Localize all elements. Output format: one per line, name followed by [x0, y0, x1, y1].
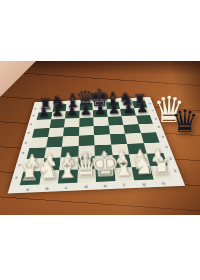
square-b4	[46, 136, 63, 147]
rank-label-left-7: 7	[32, 115, 35, 117]
file-label-near-a: a	[26, 187, 30, 191]
square-e7: ♟	[93, 109, 107, 117]
square-g5	[123, 124, 140, 134]
piece-black-pawn: ♟	[79, 103, 92, 117]
square-a7: ♟	[37, 112, 53, 120]
square-c5	[63, 127, 79, 137]
piece-white-rook: ♜	[152, 156, 173, 179]
square-g7: ♟	[120, 108, 136, 116]
square-e4	[94, 134, 111, 145]
square-h1: ♜	[150, 165, 173, 179]
rank-label-right-8: 8	[149, 103, 152, 105]
spare-black-queen-piece: ♛	[171, 106, 199, 137]
square-f7: ♟	[106, 109, 121, 117]
floor-patch	[0, 61, 42, 99]
square-h7: ♟	[134, 108, 150, 116]
file-label-near-g: g	[142, 182, 146, 186]
piece-black-pawn: ♟	[94, 103, 107, 117]
square-b7: ♟	[51, 111, 66, 119]
square-a6	[34, 119, 50, 128]
square-h4	[140, 132, 159, 143]
rank-label-right-4: 4	[161, 135, 165, 138]
square-c4	[62, 136, 79, 147]
square-d7: ♟	[79, 110, 93, 118]
square-g1: ♞	[132, 166, 154, 180]
piece-black-pawn: ♟	[122, 102, 135, 116]
piece-black-pawn: ♟	[108, 102, 121, 116]
piece-black-pawn: ♟	[37, 105, 50, 119]
piece-black-pawn: ♟	[65, 104, 78, 118]
file-label-near-d: d	[84, 185, 87, 189]
square-c7: ♟	[65, 111, 79, 119]
rank-label-left-6: 6	[30, 123, 33, 125]
file-label-near-e: e	[104, 184, 107, 188]
rank-label-left-1: 1	[14, 176, 18, 180]
square-h6	[136, 115, 153, 124]
piece-black-pawn: ♟	[51, 105, 64, 119]
square-g6	[122, 116, 138, 125]
square-e5	[94, 125, 110, 135]
board-grid: ♜♞♝♛♚♝♞♜♟♟♟♟♟♟♟♟♟♟♟♟♟♟♟♟♜♞♝♛♚♝♞♜	[20, 101, 173, 186]
square-d4	[78, 135, 94, 146]
file-label-near-c: c	[65, 186, 68, 190]
piece-black-pawn: ♟	[136, 101, 149, 115]
file-label-near-h: h	[161, 181, 165, 185]
square-b5	[48, 127, 64, 137]
square-d5	[79, 126, 94, 136]
product-photo: ♜♞♝♛♚♝♞♜♟♟♟♟♟♟♟♟♟♟♟♟♟♟♟♟♜♞♝♛♚♝♞♜ aabbccd…	[0, 0, 200, 280]
rank-label-left-5: 5	[27, 132, 30, 134]
rank-label-right-1: 1	[173, 169, 177, 173]
rank-label-left-4: 4	[24, 141, 27, 144]
file-label-near-f: f	[123, 183, 125, 187]
table-scene: ♜♞♝♛♚♝♞♜♟♟♟♟♟♟♟♟♟♟♟♟♟♟♟♟♜♞♝♛♚♝♞♜ aabbccd…	[0, 61, 200, 215]
file-label-near-b: b	[45, 186, 49, 190]
